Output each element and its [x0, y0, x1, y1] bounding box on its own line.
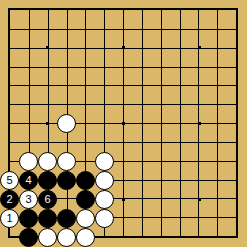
intersection: [57, 19, 76, 38]
intersection: [57, 152, 76, 171]
intersection: [133, 228, 152, 247]
intersection: [95, 152, 114, 171]
intersection: [0, 152, 19, 171]
intersection: [228, 95, 247, 114]
intersection: [133, 190, 152, 209]
white-stone: 1: [0, 209, 19, 228]
black-stone: [57, 209, 76, 228]
intersection: [152, 57, 171, 76]
white-stone: 5: [0, 171, 19, 190]
intersection: [76, 95, 95, 114]
intersection: [38, 228, 57, 247]
intersection: [209, 114, 228, 133]
intersection: [19, 228, 38, 247]
move-number: 6: [44, 194, 50, 205]
intersection: 6: [38, 190, 57, 209]
intersection: [190, 133, 209, 152]
intersection: [209, 209, 228, 228]
intersection: [57, 190, 76, 209]
intersection: [171, 209, 190, 228]
intersection: [114, 57, 133, 76]
intersection: [114, 38, 133, 57]
intersection: [95, 114, 114, 133]
white-stone: [95, 152, 114, 171]
intersection: [133, 38, 152, 57]
intersection: [152, 95, 171, 114]
intersection: [228, 38, 247, 57]
intersection: [228, 19, 247, 38]
intersection: [133, 133, 152, 152]
intersection: 3: [19, 190, 38, 209]
intersection: [114, 114, 133, 133]
intersection: [114, 0, 133, 19]
intersection: [171, 152, 190, 171]
intersection: [19, 95, 38, 114]
intersection: [190, 209, 209, 228]
intersection: [95, 228, 114, 247]
hoshi-marker: [198, 122, 201, 125]
hoshi-marker: [198, 46, 201, 49]
intersection: [19, 38, 38, 57]
intersection: [152, 114, 171, 133]
intersection: [95, 190, 114, 209]
white-stone: [95, 190, 114, 209]
white-stone: [57, 152, 76, 171]
intersection: [209, 38, 228, 57]
intersection: [171, 19, 190, 38]
board-intersections: 542361: [0, 0, 247, 247]
black-stone: [19, 228, 38, 247]
black-stone: [38, 209, 57, 228]
intersection: [76, 57, 95, 76]
intersection: [209, 228, 228, 247]
intersection: [76, 114, 95, 133]
intersection: [171, 114, 190, 133]
hoshi-marker: [122, 198, 125, 201]
intersection: [133, 209, 152, 228]
intersection: [76, 133, 95, 152]
intersection: [95, 57, 114, 76]
intersection: [38, 152, 57, 171]
intersection: [19, 19, 38, 38]
intersection: [152, 209, 171, 228]
intersection: [114, 95, 133, 114]
white-stone: [76, 228, 95, 247]
intersection: [76, 152, 95, 171]
intersection: [114, 209, 133, 228]
intersection: [76, 209, 95, 228]
intersection: [57, 76, 76, 95]
intersection: [228, 209, 247, 228]
intersection: [19, 76, 38, 95]
intersection: [209, 190, 228, 209]
go-board: 542361: [0, 0, 247, 247]
intersection: [209, 57, 228, 76]
intersection: [57, 57, 76, 76]
intersection: [19, 0, 38, 19]
hoshi-marker: [198, 198, 201, 201]
intersection: [209, 76, 228, 95]
white-stone: [95, 209, 114, 228]
intersection: [171, 133, 190, 152]
intersection: [38, 114, 57, 133]
intersection: [209, 19, 228, 38]
intersection: [133, 0, 152, 19]
black-stone: [57, 171, 76, 190]
intersection: [95, 38, 114, 57]
intersection: [152, 133, 171, 152]
intersection: [38, 95, 57, 114]
move-number: 1: [6, 213, 12, 224]
intersection: [190, 95, 209, 114]
black-stone: 4: [19, 171, 38, 190]
intersection: [0, 76, 19, 95]
intersection: [57, 171, 76, 190]
intersection: [228, 171, 247, 190]
intersection: [133, 171, 152, 190]
intersection: [209, 0, 228, 19]
hoshi-marker: [122, 122, 125, 125]
intersection: [133, 76, 152, 95]
intersection: 1: [0, 209, 19, 228]
intersection: [57, 95, 76, 114]
intersection: [76, 76, 95, 95]
black-stone: 6: [38, 190, 57, 209]
intersection: [209, 133, 228, 152]
intersection: [38, 0, 57, 19]
intersection: [95, 19, 114, 38]
intersection: [0, 19, 19, 38]
intersection: [152, 38, 171, 57]
intersection: [76, 38, 95, 57]
intersection: [76, 171, 95, 190]
intersection: [152, 19, 171, 38]
intersection: [19, 133, 38, 152]
intersection: [76, 19, 95, 38]
intersection: [190, 76, 209, 95]
intersection: [190, 171, 209, 190]
intersection: [114, 19, 133, 38]
white-stone: [76, 209, 95, 228]
intersection: [114, 228, 133, 247]
intersection: [19, 209, 38, 228]
intersection: [228, 0, 247, 19]
intersection: [19, 114, 38, 133]
intersection: [152, 152, 171, 171]
intersection: [114, 190, 133, 209]
intersection: [228, 114, 247, 133]
intersection: [0, 95, 19, 114]
intersection: [95, 95, 114, 114]
white-stone: [19, 152, 38, 171]
intersection: [133, 152, 152, 171]
intersection: [38, 38, 57, 57]
intersection: [95, 76, 114, 95]
intersection: [190, 0, 209, 19]
intersection: [0, 0, 19, 19]
intersection: [57, 133, 76, 152]
intersection: [114, 76, 133, 95]
white-stone: [38, 152, 57, 171]
intersection: [19, 57, 38, 76]
intersection: [152, 190, 171, 209]
move-number: 5: [6, 175, 12, 186]
white-stone: [57, 114, 76, 133]
black-stone: [19, 209, 38, 228]
intersection: [38, 209, 57, 228]
intersection: [190, 38, 209, 57]
intersection: [152, 0, 171, 19]
intersection: 5: [0, 171, 19, 190]
intersection: [228, 152, 247, 171]
intersection: [95, 0, 114, 19]
intersection: [171, 76, 190, 95]
black-stone: [76, 171, 95, 190]
intersection: [38, 57, 57, 76]
intersection: [133, 95, 152, 114]
move-number: 2: [6, 194, 12, 205]
intersection: [57, 209, 76, 228]
intersection: [133, 57, 152, 76]
intersection: [114, 171, 133, 190]
intersection: [57, 114, 76, 133]
intersection: [152, 76, 171, 95]
intersection: 4: [19, 171, 38, 190]
intersection: [57, 228, 76, 247]
intersection: [57, 0, 76, 19]
hoshi-marker: [46, 122, 49, 125]
intersection: [152, 228, 171, 247]
intersection: [209, 152, 228, 171]
intersection: [190, 228, 209, 247]
intersection: [0, 228, 19, 247]
intersection: [171, 95, 190, 114]
intersection: [171, 171, 190, 190]
intersection: [190, 114, 209, 133]
intersection: [171, 190, 190, 209]
move-number: 3: [25, 194, 31, 205]
black-stone: [76, 190, 95, 209]
intersection: [57, 38, 76, 57]
intersection: [190, 19, 209, 38]
intersection: [95, 209, 114, 228]
intersection: [114, 133, 133, 152]
intersection: [0, 38, 19, 57]
intersection: [114, 152, 133, 171]
intersection: [190, 57, 209, 76]
intersection: [0, 133, 19, 152]
intersection: [133, 19, 152, 38]
intersection: [0, 57, 19, 76]
intersection: [190, 190, 209, 209]
intersection: [0, 114, 19, 133]
intersection: [152, 171, 171, 190]
white-stone: [38, 228, 57, 247]
intersection: [38, 19, 57, 38]
white-stone: [95, 171, 114, 190]
intersection: [171, 228, 190, 247]
intersection: [95, 171, 114, 190]
intersection: [228, 228, 247, 247]
white-stone: 3: [19, 190, 38, 209]
intersection: [171, 57, 190, 76]
intersection: [228, 133, 247, 152]
hoshi-marker: [46, 46, 49, 49]
intersection: [209, 95, 228, 114]
intersection: [228, 190, 247, 209]
intersection: [133, 114, 152, 133]
intersection: [228, 57, 247, 76]
move-number: 4: [25, 175, 31, 186]
intersection: [228, 76, 247, 95]
intersection: [209, 171, 228, 190]
intersection: [38, 133, 57, 152]
intersection: 2: [0, 190, 19, 209]
intersection: [19, 152, 38, 171]
black-stone: 2: [0, 190, 19, 209]
intersection: [76, 0, 95, 19]
intersection: [95, 133, 114, 152]
intersection: [171, 0, 190, 19]
white-stone: [57, 228, 76, 247]
intersection: [76, 190, 95, 209]
intersection: [190, 152, 209, 171]
intersection: [38, 76, 57, 95]
intersection: [38, 171, 57, 190]
hoshi-marker: [122, 46, 125, 49]
black-stone: [38, 171, 57, 190]
intersection: [171, 38, 190, 57]
intersection: [76, 228, 95, 247]
